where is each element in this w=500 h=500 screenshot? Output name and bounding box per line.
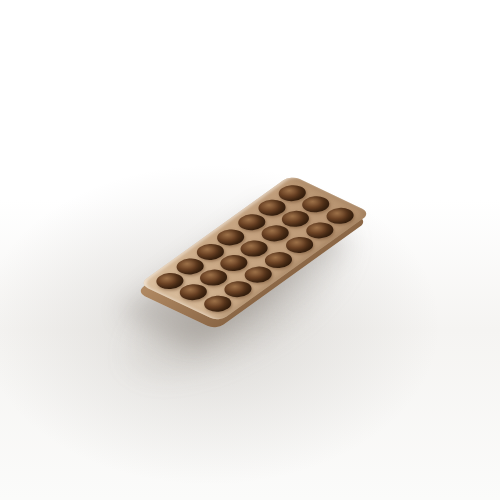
photo-stage [0, 0, 500, 500]
